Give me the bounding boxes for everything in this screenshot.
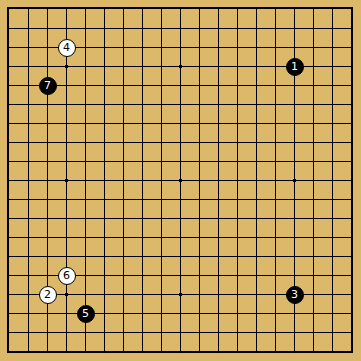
star-point <box>179 65 182 68</box>
star-point <box>293 179 296 182</box>
stone-white-2: 2 <box>39 286 57 304</box>
star-point <box>179 179 182 182</box>
stone-black-7: 7 <box>39 77 57 95</box>
go-board: 1234567 <box>0 0 361 361</box>
stone-black-3: 3 <box>286 286 304 304</box>
board-grid: 1234567 <box>0 0 361 361</box>
star-point <box>65 65 68 68</box>
star-point <box>65 293 68 296</box>
star-point <box>179 293 182 296</box>
stone-white-6: 6 <box>58 267 76 285</box>
stone-black-5: 5 <box>77 305 95 323</box>
stone-black-1: 1 <box>286 58 304 76</box>
stone-white-4: 4 <box>58 39 76 57</box>
star-point <box>65 179 68 182</box>
